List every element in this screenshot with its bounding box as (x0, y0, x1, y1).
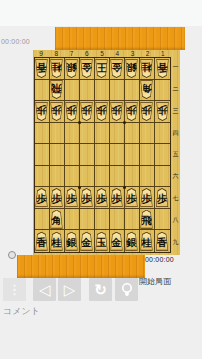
cell-9六[interactable] (35, 166, 50, 188)
cell-1一[interactable]: 香 (155, 58, 170, 80)
cell-2二[interactable]: 角 (140, 80, 155, 102)
turn-indicator-icon (8, 251, 16, 259)
cell-5四[interactable] (95, 123, 110, 145)
cell-4九[interactable]: 金 (110, 230, 125, 252)
cell-9二[interactable] (35, 80, 50, 102)
cell-5九[interactable]: 玉 (95, 230, 110, 252)
cell-6四[interactable] (80, 123, 95, 145)
cell-2九[interactable]: 桂 (140, 230, 155, 252)
cell-4四[interactable] (110, 123, 125, 145)
shogi-board: 987654321 一二三四五六七八九 香桂銀金王金銀桂香飛角歩歩歩歩歩歩歩歩歩… (33, 50, 180, 255)
file-labels: 987654321 (34, 50, 171, 57)
cell-1四[interactable] (155, 123, 170, 145)
cell-6一[interactable]: 金 (80, 58, 95, 80)
koma-sente-玉: 玉 (95, 232, 108, 251)
cell-2三[interactable]: 歩 (140, 101, 155, 123)
hoshi-dot (78, 121, 81, 124)
cell-2一[interactable]: 桂 (140, 58, 155, 80)
cell-7二[interactable] (65, 80, 80, 102)
cell-7六[interactable] (65, 166, 80, 188)
koma-sente-角: 角 (50, 210, 63, 229)
light-bulb-icon (121, 282, 133, 298)
cell-8五[interactable] (50, 144, 65, 166)
koma-sente-銀: 銀 (125, 232, 138, 251)
cell-4一[interactable]: 金 (110, 58, 125, 80)
cell-2六[interactable] (140, 166, 155, 188)
triangle-left-icon: ◁ (39, 282, 51, 297)
koma-gote-香: 香 (156, 59, 169, 78)
cell-4七[interactable]: 歩 (110, 187, 125, 209)
cell-7三[interactable]: 歩 (65, 101, 80, 123)
koma-gote-銀: 銀 (65, 59, 78, 78)
circular-arrow-icon: ↻ (94, 282, 107, 297)
sente-clock: 00:00:00 (145, 256, 174, 263)
cell-1九[interactable]: 香 (155, 230, 170, 252)
koma-sente-桂: 桂 (50, 232, 63, 251)
cell-4五[interactable] (110, 144, 125, 166)
cell-3八[interactable] (125, 209, 140, 231)
replay-button[interactable]: ↻ (89, 278, 112, 301)
koma-gote-飛: 飛 (50, 80, 63, 99)
cell-9一[interactable]: 香 (35, 58, 50, 80)
cell-7五[interactable] (65, 144, 80, 166)
cell-3九[interactable]: 銀 (125, 230, 140, 252)
cell-3七[interactable]: 歩 (125, 187, 140, 209)
cell-1二[interactable] (155, 80, 170, 102)
cell-8九[interactable]: 桂 (50, 230, 65, 252)
cell-1七[interactable]: 歩 (155, 187, 170, 209)
koma-gote-歩: 歩 (50, 102, 63, 121)
koma-sente-歩: 歩 (125, 188, 138, 207)
cell-8一[interactable]: 桂 (50, 58, 65, 80)
koma-sente-歩: 歩 (35, 188, 48, 207)
cell-4六[interactable] (110, 166, 125, 188)
cell-9五[interactable] (35, 144, 50, 166)
koma-sente-歩: 歩 (80, 188, 93, 207)
koma-gote-歩: 歩 (140, 102, 153, 121)
cell-3五[interactable] (125, 144, 140, 166)
shogi-app-screen: 00:00:00 987654321 一二三四五六七八九 香桂銀金王金銀桂香飛角… (0, 0, 202, 359)
cell-9七[interactable]: 歩 (35, 187, 50, 209)
cell-2五[interactable] (140, 144, 155, 166)
koma-sente-歩: 歩 (50, 188, 63, 207)
cell-8七[interactable]: 歩 (50, 187, 65, 209)
cell-2八[interactable]: 飛 (140, 209, 155, 231)
cell-8八[interactable]: 角 (50, 209, 65, 231)
cell-6三[interactable]: 歩 (80, 101, 95, 123)
cell-9三[interactable]: 歩 (35, 101, 50, 123)
koma-gote-銀: 銀 (125, 59, 138, 78)
cell-5二[interactable] (95, 80, 110, 102)
cell-6五[interactable] (80, 144, 95, 166)
cell-7七[interactable]: 歩 (65, 187, 80, 209)
koma-gote-香: 香 (35, 59, 48, 78)
cell-5八[interactable] (95, 209, 110, 231)
koma-sente-香: 香 (156, 232, 169, 251)
koma-gote-歩: 歩 (156, 102, 169, 121)
koma-sente-歩: 歩 (110, 188, 123, 207)
cell-7四[interactable] (65, 123, 80, 145)
koma-gote-歩: 歩 (65, 102, 78, 121)
sente-komadai-tray (17, 255, 145, 278)
koma-sente-香: 香 (35, 232, 48, 251)
koma-sente-桂: 桂 (140, 232, 153, 251)
next-move-button[interactable]: ▷ (58, 278, 81, 301)
koma-gote-王: 王 (95, 59, 108, 78)
comment-label: コメント (3, 305, 40, 318)
cell-7一[interactable]: 銀 (65, 58, 80, 80)
cell-9九[interactable]: 香 (35, 230, 50, 252)
board-grid: 香桂銀金王金銀桂香飛角歩歩歩歩歩歩歩歩歩歩歩歩歩歩歩歩歩歩角飛香桂銀金玉金銀桂香 (34, 57, 171, 253)
cell-4八[interactable] (110, 209, 125, 231)
koma-gote-金: 金 (110, 59, 123, 78)
cell-5三[interactable]: 歩 (95, 101, 110, 123)
cell-9四[interactable] (35, 123, 50, 145)
cell-3一[interactable]: 銀 (125, 58, 140, 80)
cell-8四[interactable] (50, 123, 65, 145)
koma-sente-金: 金 (80, 232, 93, 251)
koma-sente-銀: 銀 (65, 232, 78, 251)
cell-1三[interactable]: 歩 (155, 101, 170, 123)
cell-1五[interactable] (155, 144, 170, 166)
cell-6六[interactable] (80, 166, 95, 188)
cell-3三[interactable]: 歩 (125, 101, 140, 123)
cell-5七[interactable]: 歩 (95, 187, 110, 209)
menu-button[interactable]: ⋮ (3, 278, 26, 301)
koma-sente-歩: 歩 (140, 188, 153, 207)
cell-5五[interactable] (95, 144, 110, 166)
cell-3四[interactable] (125, 123, 140, 145)
cell-8二[interactable]: 飛 (50, 80, 65, 102)
cell-1八[interactable] (155, 209, 170, 231)
cell-9八[interactable] (35, 209, 50, 231)
cell-6八[interactable] (80, 209, 95, 231)
move-status-label: 開始局面 (139, 276, 171, 287)
cell-2四[interactable] (140, 123, 155, 145)
koma-sente-歩: 歩 (156, 188, 169, 207)
koma-gote-歩: 歩 (35, 102, 48, 121)
cell-6七[interactable]: 歩 (80, 187, 95, 209)
koma-gote-歩: 歩 (125, 102, 138, 121)
cell-5一[interactable]: 王 (95, 58, 110, 80)
rank-labels: 一二三四五六七八九 (171, 57, 180, 253)
cell-4三[interactable]: 歩 (110, 101, 125, 123)
koma-gote-歩: 歩 (95, 102, 108, 121)
koma-gote-桂: 桂 (140, 59, 153, 78)
hint-button[interactable] (115, 278, 138, 301)
cell-7九[interactable]: 銀 (65, 230, 80, 252)
cell-8三[interactable]: 歩 (50, 101, 65, 123)
cell-6九[interactable]: 金 (80, 230, 95, 252)
cell-1六[interactable] (155, 166, 170, 188)
cell-6二[interactable] (80, 80, 95, 102)
cell-3六[interactable] (125, 166, 140, 188)
cell-7八[interactable] (65, 209, 80, 231)
cell-4二[interactable] (110, 80, 125, 102)
top-strip (0, 0, 202, 26)
gote-clock: 00:00:00 (1, 38, 30, 45)
cell-8六[interactable] (50, 166, 65, 188)
cell-5六[interactable] (95, 166, 110, 188)
hoshi-dot (78, 186, 81, 189)
koma-gote-歩: 歩 (110, 102, 123, 121)
triangle-right-icon: ▷ (64, 282, 76, 297)
gote-komadai-tray (55, 27, 185, 50)
vertical-ellipsis-icon: ⋮ (8, 283, 21, 296)
cell-3二[interactable] (125, 80, 140, 102)
koma-sente-歩: 歩 (65, 188, 78, 207)
prev-move-button[interactable]: ◁ (33, 278, 56, 301)
koma-gote-桂: 桂 (50, 59, 63, 78)
koma-gote-角: 角 (140, 80, 153, 99)
koma-sente-金: 金 (110, 232, 123, 251)
koma-sente-飛: 飛 (140, 210, 153, 229)
koma-sente-歩: 歩 (95, 188, 108, 207)
koma-gote-歩: 歩 (80, 102, 93, 121)
cell-2七[interactable]: 歩 (140, 187, 155, 209)
koma-gote-金: 金 (80, 59, 93, 78)
